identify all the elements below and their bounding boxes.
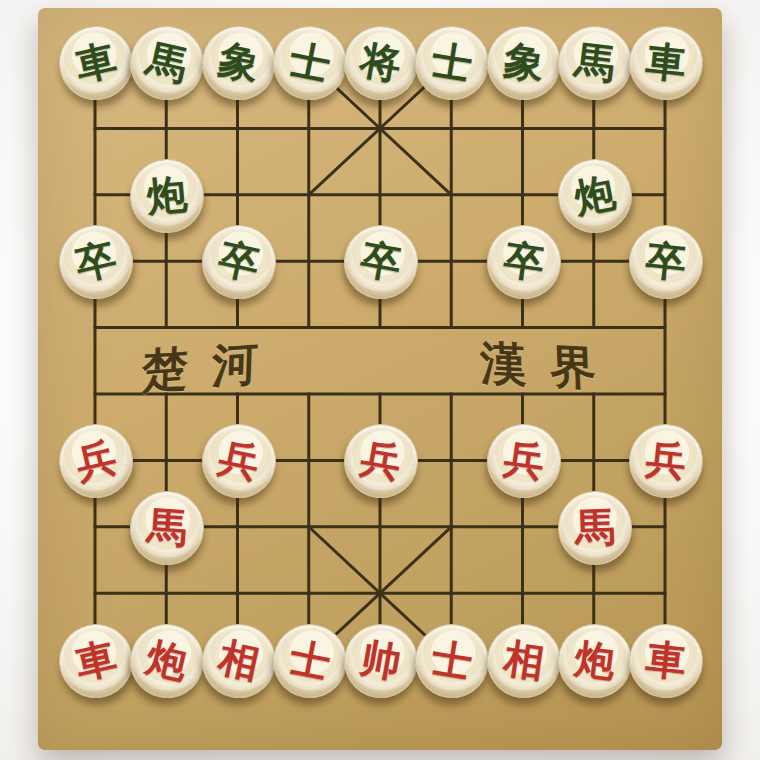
black-soldier-character: 卒 (644, 239, 688, 283)
photo-background: 楚河 漢界 車馬象士将士象馬車炮炮卒卒卒卒卒兵兵兵兵兵馬馬車炮相士帅士相炮車 (0, 0, 760, 760)
black-advisor-character: 士 (430, 39, 476, 85)
black-general-character: 将 (358, 39, 404, 85)
black-elephant-character: 象 (501, 39, 546, 84)
black-horse-character: 馬 (573, 40, 618, 85)
black-advisor-character: 士 (286, 39, 333, 86)
black-chariot-character: 車 (644, 40, 688, 84)
red-cannon-character: 炮 (573, 637, 618, 682)
black-soldier-character: 卒 (72, 237, 120, 285)
black-horse-character: 馬 (143, 38, 191, 86)
black-soldier-character: 卒 (215, 237, 262, 284)
red-elephant-character: 相 (215, 636, 262, 683)
red-general-character: 帅 (358, 636, 404, 682)
red-elephant-character: 相 (501, 637, 546, 682)
black-soldier-character: 卒 (358, 238, 404, 284)
river-label-right: 漢界 (479, 330, 621, 402)
black-soldier-character: 卒 (501, 239, 546, 284)
red-soldier-character: 兵 (644, 438, 688, 482)
red-chariot-character: 車 (644, 638, 688, 682)
river-label-left: 楚河 (141, 329, 283, 403)
red-soldier-character: 兵 (72, 436, 120, 484)
red-soldier-character: 兵 (358, 437, 404, 483)
black-elephant-character: 象 (215, 38, 262, 85)
red-advisor-character: 士 (286, 636, 333, 683)
black-chariot-character: 車 (72, 38, 120, 86)
red-soldier-character: 兵 (501, 438, 546, 483)
black-cannon-character: 炮 (145, 173, 188, 216)
red-advisor-character: 士 (430, 637, 476, 683)
red-chariot-character: 車 (72, 636, 120, 684)
xiangqi-board: 楚河 漢界 車馬象士将士象馬車炮炮卒卒卒卒卒兵兵兵兵兵馬馬車炮相士帅士相炮車 (38, 8, 722, 750)
red-horse-character: 馬 (574, 506, 615, 547)
black-cannon-character: 炮 (571, 171, 618, 218)
red-soldier-character: 兵 (215, 437, 262, 484)
red-cannon-character: 炮 (143, 636, 191, 684)
red-horse-character: 馬 (146, 505, 189, 548)
